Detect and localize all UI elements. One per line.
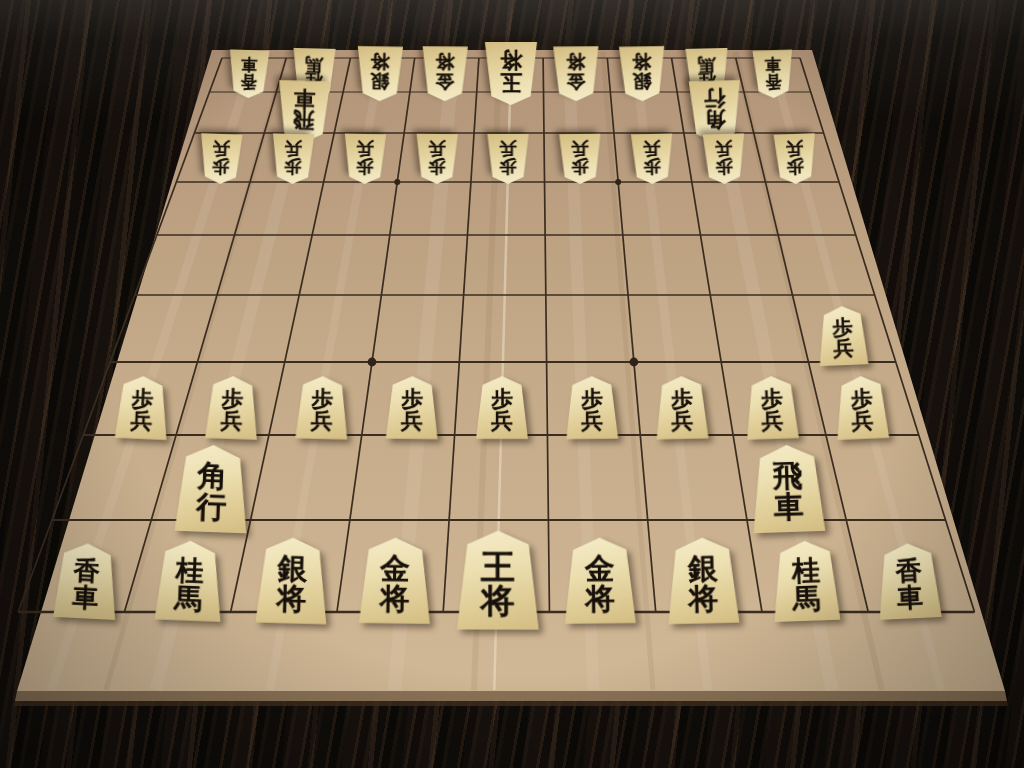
koma-kanji: 金将 [563,537,638,624]
koma-sente-fuhyo: 歩兵 [294,376,349,440]
koma-gote-fuhyo: 歩兵 [773,133,818,184]
koma-kanji: 香車 [751,49,794,98]
koma-kanji: 歩兵 [565,376,620,439]
koma-gote-fuhyo: 歩兵 [343,134,387,185]
koma-kanji: 歩兵 [385,376,440,439]
koma-kanji: 歩兵 [558,134,601,184]
koma-sente-fuhyo: 歩兵 [816,305,869,366]
koma-sente-fuhyo: 歩兵 [744,376,800,440]
koma-gote-kyosha: 香車 [751,49,794,98]
koma-kanji: 歩兵 [654,376,709,440]
koma-gote-fuhyo: 歩兵 [558,134,601,184]
koma-sente-kyosha: 香車 [52,542,120,620]
koma-kanji: 歩兵 [630,134,674,185]
koma-kanji: 香車 [227,49,270,98]
koma-kanji: 香車 [875,542,943,620]
koma-kanji: 銀将 [254,536,330,624]
koma-kanji: 歩兵 [199,133,244,184]
koma-gote-fuhyo: 歩兵 [630,134,674,185]
koma-kanji: 銀将 [618,46,666,101]
koma-gote-kinsho: 金将 [552,46,600,101]
koma-kanji: 歩兵 [744,376,800,440]
koma-kanji: 歩兵 [702,133,746,184]
koma-sente-fuhyo: 歩兵 [565,376,620,439]
koma-gote-fuhyo: 歩兵 [271,133,315,184]
koma-kanji: 歩兵 [343,134,387,185]
koma-gote-ginsho: 銀将 [356,46,404,101]
koma-gote-fuhyo: 歩兵 [415,134,459,184]
koma-sente-fuhyo: 歩兵 [834,375,891,440]
koma-kanji: 飛車 [749,444,827,533]
koma-kanji: 歩兵 [816,305,869,366]
koma-kanji: 歩兵 [475,377,529,440]
koma-gote-fuhyo: 歩兵 [702,133,746,184]
koma-sente-fuhyo: 歩兵 [385,376,440,439]
koma-kanji: 歩兵 [834,375,891,440]
koma-sente-fuhyo: 歩兵 [113,375,170,440]
koma-gote-fuhyo: 歩兵 [199,133,244,184]
koma-gote-ginsho: 銀将 [618,46,666,101]
koma-kanji: 銀将 [665,537,741,624]
koma-sente-fuhyo: 歩兵 [475,377,529,440]
koma-kanji: 金将 [357,537,432,624]
koma-kanji: 金将 [421,46,469,101]
koma-gote-kinsho: 金将 [421,46,469,101]
koma-kanji: 歩兵 [487,134,530,184]
koma-kanji: 歩兵 [773,133,818,184]
table-surface: 香車桂馬銀将金将玉将金将銀将桂馬香車飛車角行歩兵歩兵歩兵歩兵歩兵歩兵歩兵歩兵歩兵… [0,0,1024,768]
koma-kanji: 角行 [173,444,251,534]
koma-gote-gyokusho: 玉将 [483,42,537,105]
koma-kanji: 玉将 [483,42,537,105]
koma-kanji: 銀将 [356,46,404,101]
koma-gote-kyosha: 香車 [227,49,270,98]
koma-sente-ginsho: 銀将 [254,536,330,624]
koma-kanji: 桂馬 [770,539,842,621]
koma-sente-kinsho: 金将 [563,537,638,624]
koma-kanji: 香車 [52,542,120,620]
koma-sente-fuhyo: 歩兵 [204,376,260,440]
koma-sente-ginsho: 銀将 [665,537,741,624]
koma-sente-hisha: 飛車 [749,444,827,533]
koma-kanji: 歩兵 [415,134,459,184]
koma-sente-osho: 王将 [455,530,540,629]
koma-sente-kakugyo: 角行 [173,444,251,534]
koma-kanji: 歩兵 [204,376,260,440]
koma-kanji: 歩兵 [113,375,170,440]
koma-kanji: 歩兵 [271,133,315,184]
koma-sente-kinsho: 金将 [357,537,432,624]
koma-sente-kyosha: 香車 [875,542,943,620]
koma-kanji: 金将 [552,46,600,101]
koma-sente-fuhyo: 歩兵 [654,376,709,440]
koma-sente-keima: 桂馬 [770,539,842,621]
koma-gote-fuhyo: 歩兵 [487,134,530,184]
koma-kanji: 歩兵 [294,376,349,440]
koma-sente-keima: 桂馬 [153,539,225,621]
pieces-layer: 香車桂馬銀将金将玉将金将銀将桂馬香車飛車角行歩兵歩兵歩兵歩兵歩兵歩兵歩兵歩兵歩兵… [0,0,1024,768]
koma-kanji: 王将 [455,530,540,629]
koma-kanji: 桂馬 [153,539,225,621]
